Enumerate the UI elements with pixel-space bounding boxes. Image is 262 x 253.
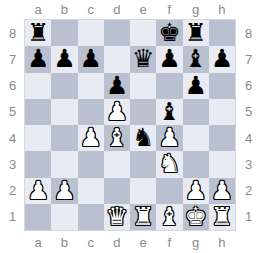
square-f7[interactable]: ♟: [156, 46, 182, 72]
white-queen-piece[interactable]: ♛: [106, 204, 128, 230]
white-bishop-piece[interactable]: ♝: [158, 204, 180, 230]
square-e3[interactable]: [130, 151, 156, 177]
file-label-c: c: [78, 0, 104, 19]
black-rook-piece[interactable]: ♜: [27, 20, 49, 46]
square-h5[interactable]: [209, 99, 235, 125]
file-label-b: b: [51, 0, 77, 19]
white-pawn-piece[interactable]: ♟: [211, 178, 233, 204]
square-h8[interactable]: [209, 20, 235, 46]
black-pawn-piece[interactable]: ♟: [211, 46, 233, 72]
square-b3[interactable]: [51, 151, 77, 177]
file-label-e: e: [130, 0, 156, 19]
square-f6[interactable]: [156, 73, 182, 99]
square-d1[interactable]: ♛: [104, 204, 130, 230]
black-knight-piece[interactable]: ♞: [132, 125, 154, 151]
file-labels-top: abcdefgh: [25, 0, 235, 19]
square-a6[interactable]: [25, 73, 51, 99]
rank-label-1: 1: [235, 204, 262, 230]
file-labels-bottom: abcdefgh: [25, 231, 235, 253]
white-rook-piece[interactable]: ♜: [132, 204, 154, 230]
square-g6[interactable]: ♟: [183, 73, 209, 99]
square-c3[interactable]: [78, 151, 104, 177]
white-pawn-piece[interactable]: ♟: [184, 178, 206, 204]
black-pawn-piece[interactable]: ♟: [79, 46, 101, 72]
square-d6[interactable]: ♟: [104, 73, 130, 99]
square-b5[interactable]: [51, 99, 77, 125]
white-bishop-piece[interactable]: ♝: [106, 125, 128, 151]
square-a4[interactable]: [25, 125, 51, 151]
file-label-a: a: [25, 231, 51, 253]
square-e4[interactable]: ♞: [130, 125, 156, 151]
square-d5[interactable]: ♟: [104, 99, 130, 125]
square-d8[interactable]: [104, 20, 130, 46]
square-b2[interactable]: ♟: [51, 178, 77, 204]
rank-label-3: 3: [235, 151, 262, 177]
square-e5[interactable]: [130, 99, 156, 125]
square-h1[interactable]: ♜: [209, 204, 235, 230]
square-g4[interactable]: [183, 125, 209, 151]
rank-label-4: 4: [0, 125, 25, 151]
file-label-f: f: [156, 231, 182, 253]
square-a2[interactable]: ♟: [25, 178, 51, 204]
square-a3[interactable]: [25, 151, 51, 177]
square-e7[interactable]: ♛: [130, 46, 156, 72]
file-label-d: d: [104, 231, 130, 253]
black-pawn-piece[interactable]: ♟: [27, 46, 49, 72]
chess-board: ♜♚♜♟♟♟♛♟♝♟♟♟♟♝♟♝♞♟♞♟♟♟♟♛♜♝♚♜: [25, 20, 235, 230]
square-b7[interactable]: ♟: [51, 46, 77, 72]
file-label-h: h: [209, 231, 235, 253]
square-h6[interactable]: [209, 73, 235, 99]
square-g8[interactable]: ♜: [183, 20, 209, 46]
rank-label-1: 1: [0, 204, 25, 230]
rank-label-6: 6: [235, 73, 262, 99]
square-h7[interactable]: ♟: [209, 46, 235, 72]
black-pawn-piece[interactable]: ♟: [53, 46, 75, 72]
rank-label-7: 7: [0, 46, 25, 72]
square-c5[interactable]: [78, 99, 104, 125]
square-g1[interactable]: ♚: [183, 204, 209, 230]
square-c7[interactable]: ♟: [78, 46, 104, 72]
rank-label-7: 7: [235, 46, 262, 72]
square-a7[interactable]: ♟: [25, 46, 51, 72]
black-bishop-piece[interactable]: ♝: [184, 46, 206, 72]
black-pawn-piece[interactable]: ♟: [158, 46, 180, 72]
white-king-piece[interactable]: ♚: [184, 204, 206, 230]
square-a5[interactable]: [25, 99, 51, 125]
square-f1[interactable]: ♝: [156, 204, 182, 230]
white-knight-piece[interactable]: ♞: [158, 151, 180, 177]
file-label-e: e: [130, 231, 156, 253]
white-pawn-piece[interactable]: ♟: [53, 178, 75, 204]
square-h2[interactable]: ♟: [209, 178, 235, 204]
white-rook-piece[interactable]: ♜: [211, 204, 233, 230]
file-label-g: g: [183, 231, 209, 253]
black-rook-piece[interactable]: ♜: [184, 20, 206, 46]
black-bishop-piece[interactable]: ♝: [158, 99, 180, 125]
square-h4[interactable]: [209, 125, 235, 151]
square-f8[interactable]: ♚: [156, 20, 182, 46]
square-c8[interactable]: [78, 20, 104, 46]
square-d7[interactable]: [104, 46, 130, 72]
square-e1[interactable]: ♜: [130, 204, 156, 230]
square-d4[interactable]: ♝: [104, 125, 130, 151]
rank-label-2: 2: [0, 178, 25, 204]
black-queen-piece[interactable]: ♛: [132, 46, 154, 72]
square-f2[interactable]: [156, 178, 182, 204]
rank-label-8: 8: [235, 20, 262, 46]
file-label-c: c: [78, 231, 104, 253]
square-b4[interactable]: [51, 125, 77, 151]
square-a1[interactable]: [25, 204, 51, 230]
black-king-piece[interactable]: ♚: [158, 20, 180, 46]
white-pawn-piece[interactable]: ♟: [158, 125, 180, 151]
black-pawn-piece[interactable]: ♟: [184, 73, 206, 99]
square-c4[interactable]: ♟: [78, 125, 104, 151]
rank-label-8: 8: [0, 20, 25, 46]
square-e2[interactable]: [130, 178, 156, 204]
file-label-a: a: [25, 0, 51, 19]
rank-label-6: 6: [0, 73, 25, 99]
square-e8[interactable]: [130, 20, 156, 46]
square-f5[interactable]: ♝: [156, 99, 182, 125]
file-label-d: d: [104, 0, 130, 19]
square-g3[interactable]: [183, 151, 209, 177]
file-label-b: b: [51, 231, 77, 253]
square-f3[interactable]: ♞: [156, 151, 182, 177]
black-pawn-piece[interactable]: ♟: [106, 73, 128, 99]
square-b6[interactable]: [51, 73, 77, 99]
rank-label-5: 5: [0, 99, 25, 125]
white-pawn-piece[interactable]: ♟: [106, 99, 128, 125]
square-f4[interactable]: ♟: [156, 125, 182, 151]
square-a8[interactable]: ♜: [25, 20, 51, 46]
file-label-h: h: [209, 0, 235, 19]
square-c6[interactable]: [78, 73, 104, 99]
rank-label-4: 4: [235, 125, 262, 151]
square-c2[interactable]: [78, 178, 104, 204]
square-b8[interactable]: [51, 20, 77, 46]
rank-labels-left: 87654321: [0, 20, 25, 230]
chess-board-diagram: abcdefgh 87654321 ♜♚♜♟♟♟♛♟♝♟♟♟♟♝♟♝♞♟♞♟♟♟…: [0, 0, 262, 253]
square-g5[interactable]: [183, 99, 209, 125]
file-label-f: f: [156, 0, 182, 19]
square-g7[interactable]: ♝: [183, 46, 209, 72]
square-e6[interactable]: [130, 73, 156, 99]
file-label-g: g: [183, 0, 209, 19]
square-d2[interactable]: [104, 178, 130, 204]
rank-label-2: 2: [235, 178, 262, 204]
rank-labels-right: 87654321: [235, 20, 262, 230]
square-b1[interactable]: [51, 204, 77, 230]
rank-label-3: 3: [0, 151, 25, 177]
white-pawn-piece[interactable]: ♟: [27, 178, 49, 204]
rank-label-5: 5: [235, 99, 262, 125]
square-d3[interactable]: [104, 151, 130, 177]
square-g2[interactable]: ♟: [183, 178, 209, 204]
white-pawn-piece[interactable]: ♟: [79, 125, 101, 151]
square-h3[interactable]: [209, 151, 235, 177]
square-c1[interactable]: [78, 204, 104, 230]
